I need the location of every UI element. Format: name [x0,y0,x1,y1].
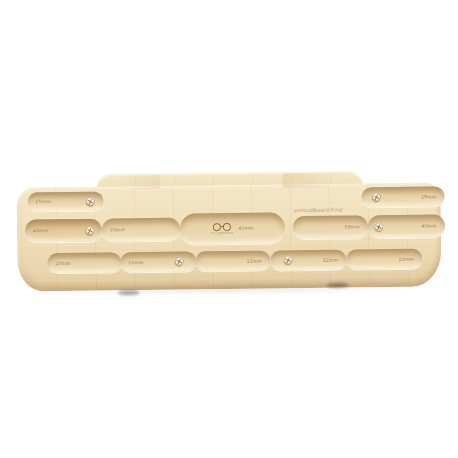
depth-label: 33mm [110,227,126,232]
depth-label: 25mm [36,199,52,204]
screw-icon [85,196,96,207]
hold-pocket-top-right: 25mm [361,186,444,207]
hangboard: verticalBoard First 25mm 25mm 40mm 33mm … [16,169,442,296]
yy-vertical-glasses-logo-icon [213,222,231,230]
hold-pocket-bottom-1: 20mm [47,252,121,273]
hold-pocket-mid-4: 40mm [368,214,445,238]
depth-label: 32mm [323,257,339,262]
screw-icon [283,255,294,266]
top-bevel-right [282,172,358,188]
hold-pocket-bottom-2: 20mm [120,251,196,272]
screw-icon [85,225,96,236]
hold-pocket-mid-1: 40mm [25,219,102,243]
depth-label: 40mm [421,223,437,228]
screw-icon [374,221,385,232]
screw-icon [371,192,382,203]
screw-icon [174,256,185,267]
depth-label: 25mm [421,194,437,199]
hold-pocket-bottom-4: 32mm [270,250,346,271]
foot-shadow-left [118,290,140,295]
hold-pocket-mid-2: 33mm [102,218,180,242]
depth-label: 12mm [247,258,263,263]
top-bevel-left [100,175,160,190]
hold-pocket-center-jug: YY VERTICAL 40mm [180,212,285,244]
depth-label: 40mm [239,226,255,231]
brand-mark: YY VERTICAL [211,222,234,234]
brand-caption: YY VERTICAL [211,231,234,234]
hold-pocket-top-left: 25mm [27,192,103,212]
hold-pocket-bottom-3: 12mm [195,251,270,272]
depth-label: 20mm [128,260,144,265]
product-name-engraving: verticalBoard First [294,208,343,214]
depth-label: 20mm [55,260,71,265]
depth-label: 40mm [33,228,49,233]
hold-pocket-bottom-5: 20mm [346,249,422,270]
hold-pocket-mid-3: 33mm [293,215,368,239]
depth-label: 20mm [399,256,415,261]
depth-label: 33mm [344,224,360,229]
